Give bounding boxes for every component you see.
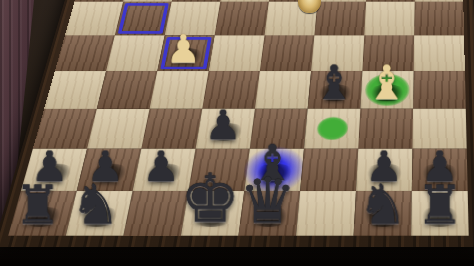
square-a5[interactable] — [413, 71, 466, 109]
square-d5[interactable] — [255, 71, 311, 109]
piece-black-queen-d8[interactable]: ♛ — [239, 169, 296, 232]
square-a3[interactable] — [414, 2, 464, 36]
square-a4[interactable] — [414, 35, 465, 71]
square-d4[interactable] — [260, 35, 315, 71]
piece-black-king-e8[interactable]: ♚ — [180, 165, 240, 232]
piece-black-knight-g8[interactable]: ♞ — [70, 177, 120, 232]
square-e6[interactable]: ♟ — [196, 109, 255, 149]
square-e8[interactable]: ♚ — [181, 191, 244, 236]
square-g4[interactable] — [106, 35, 165, 71]
square-a8[interactable]: ♜ — [411, 191, 469, 236]
square-e4[interactable] — [209, 35, 265, 71]
board: ♟♝♝♟♟♟♟♝♟♟♜♞♚♛♞♜ — [8, 0, 469, 236]
hint-marker-c6 — [316, 117, 349, 140]
square-g5[interactable] — [97, 71, 157, 109]
piece-black-rook-h8[interactable]: ♜ — [14, 179, 62, 232]
square-c6[interactable] — [304, 109, 360, 149]
board-frame: ♟♝♝♟♟♟♟♝♟♟♜♞♚♛♞♜ — [0, 0, 474, 247]
square-f4[interactable]: ♟ — [157, 35, 214, 71]
piece-black-bishop-c5[interactable]: ♝ — [313, 59, 355, 106]
square-f8[interactable] — [123, 191, 188, 236]
square-f5[interactable] — [150, 71, 209, 109]
piece-black-pawn-f7[interactable]: ♟ — [142, 146, 180, 188]
square-c3[interactable] — [314, 2, 366, 36]
square-e3[interactable] — [215, 2, 269, 36]
board-front-shadow — [0, 248, 474, 266]
square-h8[interactable]: ♜ — [8, 191, 77, 236]
square-h5[interactable] — [44, 71, 106, 109]
piece-white-pawn-f4[interactable]: ♟ — [166, 30, 201, 69]
square-b5[interactable]: ♝ — [360, 71, 413, 109]
square-b8[interactable]: ♞ — [354, 191, 412, 236]
square-d8[interactable]: ♛ — [238, 191, 300, 236]
square-g8[interactable]: ♞ — [66, 191, 133, 236]
piece-black-knight-b8[interactable]: ♞ — [358, 177, 408, 232]
square-c5[interactable]: ♝ — [308, 71, 363, 109]
square-h3[interactable] — [65, 2, 123, 36]
square-b3[interactable] — [364, 2, 414, 36]
square-c7[interactable] — [300, 149, 358, 191]
piece-white-bishop-b5[interactable]: ♝ — [366, 59, 408, 106]
square-c8[interactable] — [296, 191, 356, 236]
piece-black-pawn-e6[interactable]: ♟ — [205, 105, 242, 146]
square-g3[interactable] — [115, 2, 172, 36]
last-move-highlight-g3 — [118, 3, 169, 33]
chess-app-screenshot: ♟♝♝♟♟♟♟♝♟♟♜♞♚♛♞♜ — [0, 0, 474, 266]
square-h4[interactable] — [55, 35, 115, 71]
piece-black-rook-a8[interactable]: ♜ — [416, 179, 464, 232]
